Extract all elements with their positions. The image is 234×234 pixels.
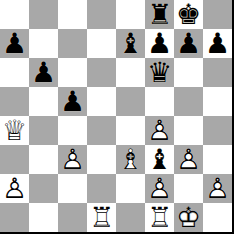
square-e2[interactable] bbox=[116, 174, 145, 203]
square-h6[interactable] bbox=[203, 58, 232, 87]
square-g8[interactable]: ♚ bbox=[174, 0, 203, 29]
square-f7[interactable]: ♟ bbox=[145, 29, 174, 58]
chess-board: ♜♚♟♝♟♟♟♟♛♟♛♕♟♙♟♙♝♗♝♟♙♟♙♟♙♟♙♜♖♜♖♚♔ bbox=[0, 0, 234, 234]
square-f1[interactable]: ♜♖ bbox=[145, 203, 174, 232]
square-f6[interactable]: ♛ bbox=[145, 58, 174, 87]
square-d5[interactable] bbox=[87, 87, 116, 116]
square-g7[interactable]: ♟ bbox=[174, 29, 203, 58]
square-c7[interactable] bbox=[58, 29, 87, 58]
square-e1[interactable] bbox=[116, 203, 145, 232]
square-c2[interactable] bbox=[58, 174, 87, 203]
square-g1[interactable]: ♚♔ bbox=[174, 203, 203, 232]
square-f5[interactable] bbox=[145, 87, 174, 116]
square-g3[interactable]: ♟♙ bbox=[174, 145, 203, 174]
square-e8[interactable] bbox=[116, 0, 145, 29]
square-b7[interactable] bbox=[29, 29, 58, 58]
white-rook: ♜♖ bbox=[145, 203, 174, 232]
black-bishop: ♝ bbox=[116, 29, 145, 58]
square-a2[interactable]: ♟♙ bbox=[0, 174, 29, 203]
square-b5[interactable] bbox=[29, 87, 58, 116]
white-rook-glyph: ♖ bbox=[89, 204, 114, 232]
black-pawn: ♟ bbox=[174, 29, 203, 58]
square-g6[interactable] bbox=[174, 58, 203, 87]
black-pawn-glyph: ♟ bbox=[31, 59, 56, 87]
square-h5[interactable] bbox=[203, 87, 232, 116]
square-d6[interactable] bbox=[87, 58, 116, 87]
square-b8[interactable] bbox=[29, 0, 58, 29]
square-f4[interactable]: ♟♙ bbox=[145, 116, 174, 145]
square-f3[interactable]: ♝ bbox=[145, 145, 174, 174]
white-queen-glyph: ♕ bbox=[2, 117, 27, 145]
square-f8[interactable]: ♜ bbox=[145, 0, 174, 29]
square-e4[interactable] bbox=[116, 116, 145, 145]
white-pawn-glyph: ♙ bbox=[2, 175, 27, 203]
square-d7[interactable] bbox=[87, 29, 116, 58]
black-pawn: ♟ bbox=[145, 29, 174, 58]
square-d4[interactable] bbox=[87, 116, 116, 145]
white-pawn-glyph: ♙ bbox=[60, 146, 85, 174]
square-e3[interactable]: ♝♗ bbox=[116, 145, 145, 174]
black-rook: ♜ bbox=[145, 0, 174, 29]
square-c4[interactable] bbox=[58, 116, 87, 145]
black-queen: ♛ bbox=[145, 58, 174, 87]
square-f2[interactable]: ♟♙ bbox=[145, 174, 174, 203]
black-king: ♚ bbox=[174, 0, 203, 29]
square-a8[interactable] bbox=[0, 0, 29, 29]
square-g2[interactable] bbox=[174, 174, 203, 203]
white-pawn: ♟♙ bbox=[0, 174, 29, 203]
square-b2[interactable] bbox=[29, 174, 58, 203]
square-b6[interactable]: ♟ bbox=[29, 58, 58, 87]
black-pawn-glyph: ♟ bbox=[205, 30, 230, 58]
white-bishop-glyph: ♗ bbox=[118, 146, 143, 174]
black-pawn-glyph: ♟ bbox=[147, 30, 172, 58]
square-c3[interactable]: ♟♙ bbox=[58, 145, 87, 174]
white-pawn: ♟♙ bbox=[145, 174, 174, 203]
black-king-glyph: ♚ bbox=[176, 1, 201, 29]
square-b3[interactable] bbox=[29, 145, 58, 174]
black-bishop: ♝ bbox=[145, 145, 174, 174]
white-king: ♚♔ bbox=[174, 203, 203, 232]
square-c6[interactable] bbox=[58, 58, 87, 87]
black-pawn-glyph: ♟ bbox=[2, 30, 27, 58]
square-h2[interactable]: ♟♙ bbox=[203, 174, 232, 203]
white-bishop: ♝♗ bbox=[116, 145, 145, 174]
square-e6[interactable] bbox=[116, 58, 145, 87]
black-pawn-glyph: ♟ bbox=[60, 88, 85, 116]
black-bishop-glyph: ♝ bbox=[118, 30, 143, 58]
square-a5[interactable] bbox=[0, 87, 29, 116]
white-pawn-glyph: ♙ bbox=[147, 117, 172, 145]
square-h7[interactable]: ♟ bbox=[203, 29, 232, 58]
square-a6[interactable] bbox=[0, 58, 29, 87]
square-d3[interactable] bbox=[87, 145, 116, 174]
square-h3[interactable] bbox=[203, 145, 232, 174]
black-pawn-glyph: ♟ bbox=[176, 30, 201, 58]
square-g5[interactable] bbox=[174, 87, 203, 116]
square-a3[interactable] bbox=[0, 145, 29, 174]
square-e5[interactable] bbox=[116, 87, 145, 116]
square-d1[interactable]: ♜♖ bbox=[87, 203, 116, 232]
white-rook-glyph: ♖ bbox=[147, 204, 172, 232]
white-rook: ♜♖ bbox=[87, 203, 116, 232]
white-pawn: ♟♙ bbox=[203, 174, 232, 203]
black-bishop-glyph: ♝ bbox=[147, 146, 172, 174]
square-c5[interactable]: ♟ bbox=[58, 87, 87, 116]
square-b4[interactable] bbox=[29, 116, 58, 145]
white-pawn-glyph: ♙ bbox=[176, 146, 201, 174]
square-d2[interactable] bbox=[87, 174, 116, 203]
square-c8[interactable] bbox=[58, 0, 87, 29]
white-king-glyph: ♔ bbox=[176, 204, 201, 232]
square-c1[interactable] bbox=[58, 203, 87, 232]
square-d8[interactable] bbox=[87, 0, 116, 29]
square-g4[interactable] bbox=[174, 116, 203, 145]
square-b1[interactable] bbox=[29, 203, 58, 232]
black-pawn: ♟ bbox=[58, 87, 87, 116]
black-pawn: ♟ bbox=[0, 29, 29, 58]
white-pawn: ♟♙ bbox=[174, 145, 203, 174]
white-pawn-glyph: ♙ bbox=[147, 175, 172, 203]
white-queen: ♛♕ bbox=[0, 116, 29, 145]
square-h4[interactable] bbox=[203, 116, 232, 145]
square-h1[interactable] bbox=[203, 203, 232, 232]
black-pawn: ♟ bbox=[203, 29, 232, 58]
white-pawn-glyph: ♙ bbox=[205, 175, 230, 203]
square-a7[interactable]: ♟ bbox=[0, 29, 29, 58]
white-pawn: ♟♙ bbox=[58, 145, 87, 174]
square-a4[interactable]: ♛♕ bbox=[0, 116, 29, 145]
square-h8[interactable] bbox=[203, 0, 232, 29]
square-e7[interactable]: ♝ bbox=[116, 29, 145, 58]
white-pawn: ♟♙ bbox=[145, 116, 174, 145]
black-rook-glyph: ♜ bbox=[147, 1, 172, 29]
square-a1[interactable] bbox=[0, 203, 29, 232]
black-queen-glyph: ♛ bbox=[147, 59, 172, 87]
black-pawn: ♟ bbox=[29, 58, 58, 87]
